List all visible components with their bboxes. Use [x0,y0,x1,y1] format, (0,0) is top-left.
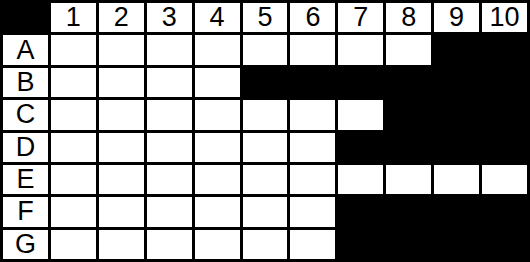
cell-B2[interactable] [99,68,144,97]
cell-G8 [386,230,431,259]
cell-C5[interactable] [243,100,288,129]
cell-C10 [482,100,527,129]
cell-D9 [434,133,479,162]
row-header-G: G [3,230,48,259]
cell-C3[interactable] [147,100,192,129]
cell-A8[interactable] [386,35,431,64]
row-header-D: D [3,133,48,162]
cell-F1[interactable] [51,197,96,226]
cell-B10 [482,68,527,97]
row-header-A: A [3,35,48,64]
cell-B1[interactable] [51,68,96,97]
cell-D3[interactable] [147,133,192,162]
cell-E9[interactable] [434,165,479,194]
cell-A7[interactable] [338,35,383,64]
cell-B3[interactable] [147,68,192,97]
cell-D5[interactable] [243,133,288,162]
cell-G9 [434,230,479,259]
cell-A3[interactable] [147,35,192,64]
cell-G4[interactable] [195,230,240,259]
cell-G10 [482,230,527,259]
row-header-E: E [3,165,48,194]
cell-A1[interactable] [51,35,96,64]
cell-A10 [482,35,527,64]
cell-E10[interactable] [482,165,527,194]
cell-F3[interactable] [147,197,192,226]
row-header-C: C [3,100,48,129]
cell-F9 [434,197,479,226]
cell-G1[interactable] [51,230,96,259]
cell-C2[interactable] [99,100,144,129]
cell-B9 [434,68,479,97]
cell-F7 [338,197,383,226]
row-header-B: B [3,68,48,97]
cell-A6[interactable] [290,35,335,64]
cell-B6 [290,68,335,97]
cell-D2[interactable] [99,133,144,162]
cell-E7[interactable] [338,165,383,194]
col-header-3: 3 [147,3,192,32]
cell-E5[interactable] [243,165,288,194]
cell-F10 [482,197,527,226]
cell-C9 [434,100,479,129]
cell-D1[interactable] [51,133,96,162]
cell-A9 [434,35,479,64]
cell-C1[interactable] [51,100,96,129]
cell-C8 [386,100,431,129]
col-header-7: 7 [338,3,383,32]
cell-C6[interactable] [290,100,335,129]
col-header-4: 4 [195,3,240,32]
cell-E8[interactable] [386,165,431,194]
cell-D8 [386,133,431,162]
cell-A5[interactable] [243,35,288,64]
cell-C4[interactable] [195,100,240,129]
puzzle-grid: 12345678910ABCDEFG [0,0,530,262]
cell-A2[interactable] [99,35,144,64]
col-header-9: 9 [434,3,479,32]
cell-D7 [338,133,383,162]
cell-B5 [243,68,288,97]
cell-G6[interactable] [290,230,335,259]
cell-G7 [338,230,383,259]
cell-E6[interactable] [290,165,335,194]
cell-F8 [386,197,431,226]
cell-B7 [338,68,383,97]
cell-F5[interactable] [243,197,288,226]
corner-cell [3,3,48,32]
col-header-10: 10 [482,3,527,32]
cell-F6[interactable] [290,197,335,226]
col-header-5: 5 [243,3,288,32]
col-header-6: 6 [290,3,335,32]
cell-F4[interactable] [195,197,240,226]
cell-E1[interactable] [51,165,96,194]
row-header-F: F [3,197,48,226]
cell-C7[interactable] [338,100,383,129]
cell-D6[interactable] [290,133,335,162]
col-header-2: 2 [99,3,144,32]
col-header-8: 8 [386,3,431,32]
cell-E2[interactable] [99,165,144,194]
cell-B4[interactable] [195,68,240,97]
col-header-1: 1 [51,3,96,32]
cell-G5[interactable] [243,230,288,259]
cell-G3[interactable] [147,230,192,259]
cell-E4[interactable] [195,165,240,194]
cell-E3[interactable] [147,165,192,194]
cell-A4[interactable] [195,35,240,64]
cell-F2[interactable] [99,197,144,226]
cell-B8 [386,68,431,97]
cell-G2[interactable] [99,230,144,259]
cell-D4[interactable] [195,133,240,162]
cell-D10 [482,133,527,162]
